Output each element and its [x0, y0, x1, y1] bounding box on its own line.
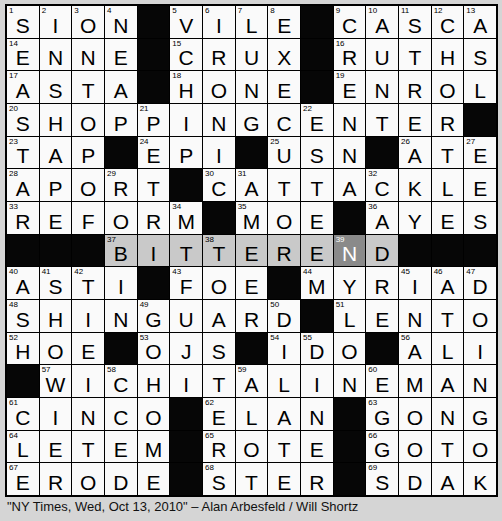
grid-cell[interactable]: 35M — [236, 202, 268, 234]
cell-letter: E — [301, 113, 333, 135]
cell-letter: I — [268, 341, 300, 363]
grid-cell[interactable]: E — [366, 300, 398, 332]
cell-letter: N — [399, 309, 431, 331]
grid-cell[interactable]: I — [72, 300, 104, 332]
grid-cell[interactable]: 52H — [7, 333, 39, 365]
grid-cell[interactable]: S — [464, 202, 496, 234]
grid-cell[interactable]: 62E — [203, 398, 235, 430]
grid-cell[interactable]: P — [170, 137, 202, 169]
cell-letter: E — [464, 145, 496, 167]
grid-cell[interactable]: R — [40, 463, 72, 495]
cell-letter: P — [72, 145, 104, 167]
grid-cell[interactable]: S — [301, 137, 333, 169]
cell-letter: O — [72, 113, 104, 135]
grid-cell[interactable]: 66G — [366, 431, 398, 463]
grid-cell[interactable]: 17A — [7, 71, 39, 103]
grid-cell[interactable]: N — [334, 137, 366, 169]
grid-cell[interactable]: L — [268, 365, 300, 397]
grid-cell[interactable]: 37B — [105, 235, 137, 267]
cell-letter: N — [40, 47, 72, 69]
grid-cell[interactable]: 56A — [399, 333, 431, 365]
grid-cell[interactable]: N — [399, 300, 431, 332]
grid-cell[interactable]: N — [40, 39, 72, 71]
grid-cell[interactable]: F — [72, 202, 104, 234]
cell-letter: S — [203, 472, 235, 494]
crossword-board: 1S2I3O4N5V6I7L8E9C10A11S12C13A14ENNE15CR… — [5, 4, 498, 497]
cell-letter: A — [334, 178, 366, 200]
grid-cell[interactable]: I — [105, 267, 137, 299]
grid-cell[interactable]: L — [432, 333, 464, 365]
grid-cell[interactable]: 22E — [301, 104, 333, 136]
grid-cell[interactable]: M — [138, 431, 170, 463]
grid-cell[interactable]: H — [432, 39, 464, 71]
cell-letter: A — [203, 309, 235, 331]
grid-cell[interactable]: O — [432, 71, 464, 103]
grid-cell[interactable]: U — [236, 39, 268, 71]
grid-cell[interactable]: O — [399, 398, 431, 430]
grid-cell[interactable]: E — [464, 169, 496, 201]
grid-cell[interactable]: C — [105, 398, 137, 430]
grid-cell[interactable]: N — [72, 39, 104, 71]
cell-letter: E — [203, 407, 235, 429]
grid-cell[interactable]: E — [40, 431, 72, 463]
cell-letter: E — [366, 309, 398, 331]
grid-cell[interactable]: T — [432, 431, 464, 463]
grid-cell[interactable]: N — [203, 104, 235, 136]
grid-cell[interactable]: N — [72, 398, 104, 430]
grid-cell[interactable]: H — [40, 300, 72, 332]
cell-letter: L — [7, 439, 39, 461]
grid-cell[interactable]: O — [464, 431, 496, 463]
cell-letter: J — [170, 341, 202, 363]
black-square — [464, 104, 496, 136]
grid-cell[interactable]: O — [72, 169, 104, 201]
cell-letter: T — [399, 47, 431, 69]
cell-letter: K — [399, 178, 431, 200]
grid-cell[interactable]: P — [105, 104, 137, 136]
cell-letter: M — [170, 211, 202, 233]
grid-cell[interactable]: I — [40, 398, 72, 430]
grid-cell[interactable]: 13A — [464, 6, 496, 38]
grid-cell[interactable]: 18H — [170, 71, 202, 103]
grid-cell[interactable]: 59A — [236, 365, 268, 397]
cell-letter: T — [72, 439, 104, 461]
cell-letter: W — [40, 374, 72, 396]
cell-letter: T — [268, 439, 300, 461]
grid-cell[interactable]: Y — [399, 202, 431, 234]
grid-cell[interactable]: 50D — [268, 300, 300, 332]
grid-cell[interactable]: N — [334, 104, 366, 136]
grid-cell[interactable]: O — [334, 333, 366, 365]
grid-cell[interactable]: E — [236, 267, 268, 299]
grid-cell[interactable]: 45I — [399, 267, 431, 299]
grid-cell[interactable]: D — [399, 463, 431, 495]
grid-cell[interactable]: K — [464, 463, 496, 495]
cell-letter: E — [432, 211, 464, 233]
cell-letter: X — [268, 47, 300, 69]
grid-cell[interactable]: 48S — [7, 300, 39, 332]
grid-cell[interactable]: 63G — [366, 398, 398, 430]
cell-letter: O — [334, 341, 366, 363]
grid-cell[interactable]: M — [399, 365, 431, 397]
grid-cell[interactable]: L — [432, 169, 464, 201]
grid-cell[interactable]: O — [203, 71, 235, 103]
cell-letter: T — [138, 178, 170, 200]
cell-letter: E — [40, 439, 72, 461]
grid-cell[interactable]: E — [268, 71, 300, 103]
cell-letter: C — [105, 407, 137, 429]
cell-letter: O — [138, 407, 170, 429]
grid-cell[interactable]: T — [72, 71, 104, 103]
grid-cell[interactable]: 14E — [7, 39, 39, 71]
cell-letter: G — [366, 439, 398, 461]
cell-letter: E — [72, 341, 104, 363]
grid-cell[interactable]: 47D — [464, 267, 496, 299]
cell-letter: A — [432, 472, 464, 494]
grid-cell[interactable]: J — [170, 333, 202, 365]
cell-letter: H — [40, 113, 72, 135]
grid-cell[interactable]: 34M — [170, 202, 202, 234]
grid-cell[interactable]: 3O — [72, 6, 104, 38]
cell-letter: T — [432, 309, 464, 331]
cell-letter: S — [7, 15, 39, 37]
cell-letter: F — [170, 276, 202, 298]
black-square — [334, 463, 366, 495]
grid-cell[interactable]: I — [203, 137, 235, 169]
grid-cell[interactable]: 27E — [464, 137, 496, 169]
grid-cell[interactable]: 68S — [203, 463, 235, 495]
cell-letter: I — [72, 309, 104, 331]
grid-cell[interactable]: 69S — [366, 463, 398, 495]
cell-letter: E — [105, 439, 137, 461]
grid-cell[interactable]: O — [464, 300, 496, 332]
grid-cell[interactable]: 9C — [334, 6, 366, 38]
grid-cell[interactable]: 15C — [170, 39, 202, 71]
grid-cell[interactable]: D — [366, 235, 398, 267]
grid-cell[interactable]: O — [203, 267, 235, 299]
cell-letter: P — [170, 145, 202, 167]
black-square — [268, 267, 300, 299]
cell-letter: S — [40, 80, 72, 102]
cell-letter: G — [138, 309, 170, 331]
grid-cell[interactable]: A — [432, 365, 464, 397]
grid-cell[interactable]: 58C — [105, 365, 137, 397]
grid-cell[interactable]: H — [40, 104, 72, 136]
grid-cell[interactable]: S — [464, 39, 496, 71]
grid-cell[interactable]: T — [268, 431, 300, 463]
grid-cell[interactable]: E — [301, 431, 333, 463]
grid-cell[interactable]: 2I — [40, 6, 72, 38]
grid-cell[interactable]: 41S — [40, 267, 72, 299]
cell-letter: L — [334, 309, 366, 331]
grid-cell[interactable]: 55D — [301, 333, 333, 365]
grid-cell[interactable]: O — [40, 333, 72, 365]
cell-letter: R — [268, 243, 300, 265]
cell-letter: B — [105, 243, 137, 265]
grid-cell[interactable]: T — [366, 104, 398, 136]
grid-cell[interactable]: 24E — [138, 137, 170, 169]
grid-cell[interactable]: T — [170, 235, 202, 267]
grid-cell[interactable]: 26A — [399, 137, 431, 169]
grid-cell[interactable]: S — [40, 71, 72, 103]
black-square — [301, 39, 333, 71]
grid-cell[interactable]: P — [72, 137, 104, 169]
cell-letter: S — [366, 472, 398, 494]
cell-letter: O — [432, 80, 464, 102]
grid-cell[interactable]: S — [203, 333, 235, 365]
grid-cell[interactable]: I — [138, 235, 170, 267]
grid-cell[interactable]: 53O — [138, 333, 170, 365]
grid-cell[interactable]: A — [432, 463, 464, 495]
grid-cell[interactable]: O — [268, 202, 300, 234]
grid-cell[interactable]: 57W — [40, 365, 72, 397]
grid-cell[interactable]: 54I — [268, 333, 300, 365]
cell-letter: O — [72, 15, 104, 37]
grid-cell[interactable]: X — [268, 39, 300, 71]
grid-cell[interactable]: G — [236, 104, 268, 136]
cell-letter: T — [72, 276, 104, 298]
cell-letter: T — [301, 178, 333, 200]
cell-letter: A — [7, 80, 39, 102]
cell-letter: R — [203, 439, 235, 461]
cell-letter: C — [334, 15, 366, 37]
grid-cell[interactable]: 67E — [7, 463, 39, 495]
grid-cell[interactable]: E — [236, 235, 268, 267]
grid-cell[interactable]: E — [399, 104, 431, 136]
grid-cell[interactable]: T — [399, 39, 431, 71]
cell-letter: S — [399, 15, 431, 37]
cell-letter: Y — [334, 276, 366, 298]
cell-letter: E — [334, 80, 366, 102]
grid-cell[interactable]: 60E — [366, 365, 398, 397]
cell-letter: O — [203, 80, 235, 102]
grid-cell[interactable]: T — [72, 431, 104, 463]
cell-letter: T — [432, 439, 464, 461]
cell-letter: E — [236, 276, 268, 298]
black-square — [301, 300, 333, 332]
grid-cell[interactable]: 1S — [7, 6, 39, 38]
cell-letter: N — [72, 407, 104, 429]
cell-letter: A — [432, 374, 464, 396]
black-square — [138, 6, 170, 38]
cell-letter: C — [105, 374, 137, 396]
grid-cell[interactable]: T — [268, 169, 300, 201]
grid-cell[interactable]: 29R — [105, 169, 137, 201]
grid-cell[interactable]: R — [203, 39, 235, 71]
grid-cell[interactable]: 8E — [268, 6, 300, 38]
grid-cell[interactable]: 40A — [7, 267, 39, 299]
grid-cell[interactable]: O — [72, 463, 104, 495]
cell-letter: O — [236, 439, 268, 461]
grid-cell[interactable]: E — [40, 202, 72, 234]
cell-letter: I — [40, 407, 72, 429]
cell-letter: C — [170, 47, 202, 69]
cell-letter: S — [464, 47, 496, 69]
grid-cell[interactable]: N — [366, 71, 398, 103]
grid-cell[interactable]: T — [203, 365, 235, 397]
grid-cell[interactable]: U — [170, 300, 202, 332]
grid-cell[interactable]: R — [138, 202, 170, 234]
grid-cell[interactable]: D — [105, 463, 137, 495]
grid-cell[interactable]: 31A — [236, 169, 268, 201]
grid-cell[interactable]: N — [301, 398, 333, 430]
grid-cell[interactable]: N — [105, 300, 137, 332]
grid-cell[interactable]: T — [236, 463, 268, 495]
grid-cell[interactable]: E — [268, 463, 300, 495]
grid-cell[interactable]: 36A — [366, 202, 398, 234]
cell-letter: D — [301, 341, 333, 363]
grid-cell[interactable]: 32C — [366, 169, 398, 201]
cell-letter: F — [72, 211, 104, 233]
grid-cell[interactable]: H — [138, 365, 170, 397]
grid-cell[interactable]: A — [334, 169, 366, 201]
grid-cell[interactable]: L — [236, 398, 268, 430]
grid-cell[interactable]: I — [301, 365, 333, 397]
grid-cell[interactable]: Y — [334, 267, 366, 299]
grid-cell[interactable]: A — [268, 398, 300, 430]
grid-cell[interactable]: T — [432, 137, 464, 169]
grid-cell[interactable]: N — [236, 71, 268, 103]
cell-letter: E — [366, 374, 398, 396]
grid-cell[interactable]: T — [432, 300, 464, 332]
grid-cell[interactable]: R — [366, 267, 398, 299]
grid-cell[interactable]: I — [170, 365, 202, 397]
grid-cell[interactable]: I — [72, 365, 104, 397]
grid-cell[interactable]: 30C — [203, 169, 235, 201]
cell-letter: G — [464, 407, 496, 429]
cell-letter: C — [432, 15, 464, 37]
grid-cell[interactable]: 61C — [7, 398, 39, 430]
grid-cell[interactable]: P — [40, 169, 72, 201]
grid-cell[interactable]: 38T — [203, 235, 235, 267]
grid-cell[interactable]: 28A — [7, 169, 39, 201]
black-square — [105, 137, 137, 169]
cell-letter: N — [334, 113, 366, 135]
cell-letter: E — [268, 15, 300, 37]
grid-cell[interactable]: U — [366, 39, 398, 71]
grid-cell[interactable]: 25U — [268, 137, 300, 169]
cell-letter: H — [7, 341, 39, 363]
grid-cell[interactable]: E — [432, 202, 464, 234]
grid-cell[interactable]: N — [432, 398, 464, 430]
grid-cell[interactable]: 44M — [301, 267, 333, 299]
grid-cell[interactable]: 4N — [105, 6, 137, 38]
grid-cell[interactable]: O — [138, 398, 170, 430]
grid-cell[interactable]: 46A — [432, 267, 464, 299]
grid-cell[interactable]: R — [432, 104, 464, 136]
grid-cell[interactable]: R — [399, 71, 431, 103]
cell-letter: R — [138, 211, 170, 233]
grid-cell[interactable]: E — [138, 463, 170, 495]
grid-cell[interactable]: O — [399, 431, 431, 463]
cell-letter: O — [203, 276, 235, 298]
grid-cell[interactable]: 21P — [138, 104, 170, 136]
grid-cell[interactable]: 5V — [170, 6, 202, 38]
grid-cell[interactable]: 65R — [203, 431, 235, 463]
black-square — [7, 235, 39, 267]
grid-cell[interactable]: 51L — [334, 300, 366, 332]
cell-letter: U — [268, 145, 300, 167]
grid-cell[interactable]: R — [236, 300, 268, 332]
black-square — [138, 267, 170, 299]
grid-cell[interactable]: C — [268, 104, 300, 136]
cell-letter: O — [464, 439, 496, 461]
grid-cell[interactable]: I — [170, 104, 202, 136]
cell-letter: H — [138, 374, 170, 396]
grid-cell[interactable]: E — [72, 333, 104, 365]
grid-cell[interactable]: 42T — [72, 267, 104, 299]
cell-letter: R — [301, 472, 333, 494]
grid-cell[interactable]: I — [464, 333, 496, 365]
grid-cell[interactable]: 19E — [334, 71, 366, 103]
black-square — [366, 137, 398, 169]
grid-cell[interactable]: E — [301, 235, 333, 267]
black-square — [464, 235, 496, 267]
cell-letter: Y — [399, 211, 431, 233]
cell-letter: R — [203, 47, 235, 69]
grid-cell[interactable]: O — [236, 431, 268, 463]
grid-cell[interactable]: 49G — [138, 300, 170, 332]
grid-cell[interactable]: 12C — [432, 6, 464, 38]
cell-letter: T — [170, 243, 202, 265]
grid-cell[interactable]: E — [301, 202, 333, 234]
cell-letter: C — [203, 178, 235, 200]
grid-cell[interactable]: 33R — [7, 202, 39, 234]
cell-letter: N — [105, 309, 137, 331]
grid-cell[interactable]: N — [464, 365, 496, 397]
cell-letter: A — [464, 15, 496, 37]
grid-cell[interactable]: 20S — [7, 104, 39, 136]
grid-cell[interactable]: T — [138, 169, 170, 201]
grid-cell[interactable]: 39N — [334, 235, 366, 267]
cell-letter: O — [72, 472, 104, 494]
grid-cell[interactable]: K — [399, 169, 431, 201]
grid-cell[interactable]: 11S — [399, 6, 431, 38]
cell-letter: A — [7, 178, 39, 200]
grid-cell[interactable]: 16R — [334, 39, 366, 71]
grid-cell[interactable]: A — [105, 71, 137, 103]
grid-cell[interactable]: 64L — [7, 431, 39, 463]
grid-cell[interactable]: L — [464, 71, 496, 103]
grid-cell[interactable]: E — [105, 431, 137, 463]
cell-letter: E — [268, 472, 300, 494]
grid-cell[interactable]: A — [203, 300, 235, 332]
grid-cell[interactable]: 10A — [366, 6, 398, 38]
grid-cell[interactable]: 7L — [236, 6, 268, 38]
grid-cell[interactable]: 6I — [203, 6, 235, 38]
cell-letter: R — [432, 113, 464, 135]
grid-cell[interactable]: 23T — [7, 137, 39, 169]
cell-letter: N — [334, 145, 366, 167]
grid-cell[interactable]: O — [72, 104, 104, 136]
black-square — [72, 235, 104, 267]
grid-cell[interactable]: A — [40, 137, 72, 169]
grid-cell[interactable]: R — [268, 235, 300, 267]
cell-letter: S — [203, 341, 235, 363]
grid-cell[interactable]: 43F — [170, 267, 202, 299]
grid-cell[interactable]: G — [464, 398, 496, 430]
grid-cell[interactable]: N — [334, 365, 366, 397]
grid-cell[interactable]: O — [105, 202, 137, 234]
grid-cell[interactable]: E — [105, 39, 137, 71]
cell-letter: A — [366, 15, 398, 37]
grid-cell[interactable]: T — [301, 169, 333, 201]
cell-letter: I — [105, 276, 137, 298]
cell-letter: U — [366, 47, 398, 69]
cell-letter: N — [203, 113, 235, 135]
grid-cell[interactable]: R — [301, 463, 333, 495]
cell-letter: E — [268, 80, 300, 102]
